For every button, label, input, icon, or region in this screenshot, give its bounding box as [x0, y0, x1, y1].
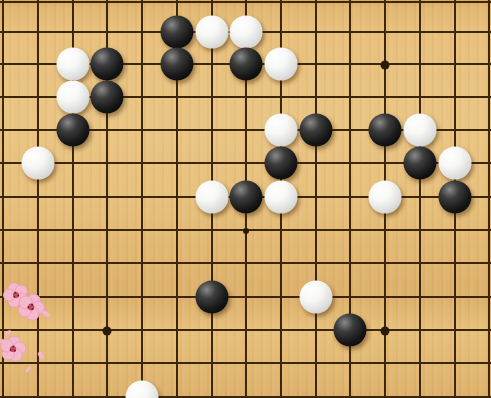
- board-vertical-line: [141, 0, 143, 398]
- black-stone: [160, 47, 193, 80]
- board-vertical-line: [488, 0, 490, 398]
- black-stone: [403, 147, 436, 180]
- black-stone: [56, 114, 89, 147]
- white-stone: [369, 180, 402, 213]
- cherry-petal-decoration: [24, 359, 32, 378]
- board-vertical-line: [419, 0, 421, 398]
- star-point: [103, 327, 112, 336]
- board-horizontal-line: [0, 362, 491, 364]
- board-vertical-line: [37, 0, 39, 398]
- black-stone: [195, 280, 228, 313]
- black-stone: [299, 114, 332, 147]
- white-stone: [264, 180, 297, 213]
- star-point: [381, 60, 390, 69]
- white-stone: [56, 81, 89, 114]
- board-horizontal-line: [0, 1, 491, 3]
- white-stone: [438, 147, 471, 180]
- white-stone: [126, 380, 159, 398]
- black-stone: [230, 180, 263, 213]
- board-horizontal-line: [0, 396, 491, 398]
- black-stone: [160, 16, 193, 49]
- black-stone: [91, 47, 124, 80]
- black-stone: [334, 314, 367, 347]
- white-stone: [264, 114, 297, 147]
- white-stone: [22, 147, 55, 180]
- white-stone: [264, 47, 297, 80]
- black-stone: [264, 147, 297, 180]
- white-stone: [403, 114, 436, 147]
- black-stone: [438, 180, 471, 213]
- white-stone: [299, 280, 332, 313]
- board-horizontal-line: [0, 262, 491, 264]
- white-stone: [195, 16, 228, 49]
- go-board[interactable]: [0, 0, 491, 398]
- black-stone: [230, 47, 263, 80]
- star-point: [381, 327, 390, 336]
- star-point: [243, 228, 249, 234]
- board-horizontal-line: [0, 296, 491, 298]
- cherry-petal-decoration: [0, 332, 8, 351]
- white-stone: [230, 16, 263, 49]
- black-stone: [369, 114, 402, 147]
- black-stone: [91, 81, 124, 114]
- board-horizontal-line: [0, 329, 491, 331]
- cherry-petal-decoration: [36, 346, 46, 365]
- white-stone: [195, 180, 228, 213]
- cherry-petal-decoration: [41, 305, 52, 324]
- board-vertical-line: [315, 0, 317, 398]
- go-app-screen: [0, 0, 491, 398]
- white-stone: [56, 47, 89, 80]
